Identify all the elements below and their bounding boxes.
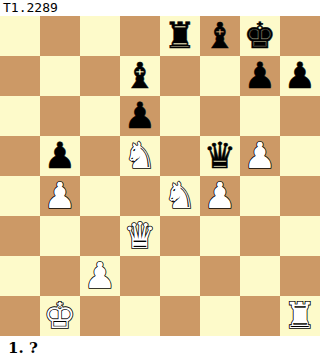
square-c4[interactable] [80, 176, 120, 216]
square-e7[interactable] [160, 56, 200, 96]
square-h6[interactable] [280, 96, 320, 136]
square-b4[interactable]: ♟ [40, 176, 80, 216]
black-queen[interactable]: ♛ [204, 136, 236, 176]
square-c7[interactable] [80, 56, 120, 96]
square-b6[interactable] [40, 96, 80, 136]
white-pawn[interactable]: ♟ [244, 136, 276, 176]
square-f5[interactable]: ♛ [200, 136, 240, 176]
square-d7[interactable]: ♝ [120, 56, 160, 96]
black-bishop[interactable]: ♝ [124, 56, 156, 96]
square-e5[interactable] [160, 136, 200, 176]
square-h2[interactable] [280, 256, 320, 296]
black-pawn[interactable]: ♟ [44, 136, 76, 176]
square-f4[interactable]: ♟ [200, 176, 240, 216]
black-pawn[interactable]: ♟ [124, 96, 156, 136]
white-pawn[interactable]: ♟ [204, 176, 236, 216]
square-h7[interactable]: ♟ [280, 56, 320, 96]
square-e2[interactable] [160, 256, 200, 296]
black-bishop[interactable]: ♝ [204, 16, 236, 56]
square-e1[interactable] [160, 296, 200, 336]
square-e8[interactable]: ♜ [160, 16, 200, 56]
square-b7[interactable] [40, 56, 80, 96]
square-f2[interactable] [200, 256, 240, 296]
square-g1[interactable] [240, 296, 280, 336]
white-pawn[interactable]: ♟ [84, 256, 116, 296]
square-f1[interactable] [200, 296, 240, 336]
white-rook[interactable]: ♜ [284, 296, 316, 336]
black-pawn[interactable]: ♟ [244, 56, 276, 96]
square-c2[interactable]: ♟ [80, 256, 120, 296]
square-h8[interactable] [280, 16, 320, 56]
square-b2[interactable] [40, 256, 80, 296]
black-rook[interactable]: ♜ [164, 16, 196, 56]
puzzle-window: T1.2289 ♜♝♚♝♟♟♟♟♞♛♟♟♞♟♛♟♚♜ 1. ? [0, 0, 320, 360]
white-queen[interactable]: ♛ [124, 216, 156, 256]
square-a7[interactable] [0, 56, 40, 96]
white-knight[interactable]: ♞ [164, 176, 196, 216]
square-g5[interactable]: ♟ [240, 136, 280, 176]
square-f7[interactable] [200, 56, 240, 96]
square-g6[interactable] [240, 96, 280, 136]
square-d8[interactable] [120, 16, 160, 56]
square-d4[interactable] [120, 176, 160, 216]
square-a3[interactable] [0, 216, 40, 256]
white-knight[interactable]: ♞ [124, 136, 156, 176]
square-e3[interactable] [160, 216, 200, 256]
square-g3[interactable] [240, 216, 280, 256]
square-b1[interactable]: ♚ [40, 296, 80, 336]
square-c8[interactable] [80, 16, 120, 56]
white-pawn[interactable]: ♟ [44, 176, 76, 216]
square-d2[interactable] [120, 256, 160, 296]
chess-board: ♜♝♚♝♟♟♟♟♞♛♟♟♞♟♛♟♚♜ [0, 16, 320, 336]
square-e6[interactable] [160, 96, 200, 136]
square-f6[interactable] [200, 96, 240, 136]
square-d5[interactable]: ♞ [120, 136, 160, 176]
square-f8[interactable]: ♝ [200, 16, 240, 56]
square-a8[interactable] [0, 16, 40, 56]
square-h4[interactable] [280, 176, 320, 216]
square-a5[interactable] [0, 136, 40, 176]
square-a2[interactable] [0, 256, 40, 296]
square-h3[interactable] [280, 216, 320, 256]
square-c5[interactable] [80, 136, 120, 176]
square-e4[interactable]: ♞ [160, 176, 200, 216]
black-king[interactable]: ♚ [244, 16, 276, 56]
square-a1[interactable] [0, 296, 40, 336]
square-b3[interactable] [40, 216, 80, 256]
square-h1[interactable]: ♜ [280, 296, 320, 336]
square-g7[interactable]: ♟ [240, 56, 280, 96]
square-f3[interactable] [200, 216, 240, 256]
square-d3[interactable]: ♛ [120, 216, 160, 256]
square-d1[interactable] [120, 296, 160, 336]
black-pawn[interactable]: ♟ [284, 56, 316, 96]
square-c3[interactable] [80, 216, 120, 256]
move-prompt: 1. ? [8, 338, 38, 358]
square-c6[interactable] [80, 96, 120, 136]
square-b5[interactable]: ♟ [40, 136, 80, 176]
square-g4[interactable] [240, 176, 280, 216]
square-b8[interactable] [40, 16, 80, 56]
white-king[interactable]: ♚ [44, 296, 76, 336]
square-d6[interactable]: ♟ [120, 96, 160, 136]
square-h5[interactable] [280, 136, 320, 176]
square-g8[interactable]: ♚ [240, 16, 280, 56]
square-a4[interactable] [0, 176, 40, 216]
puzzle-title: T1.2289 [3, 0, 58, 16]
square-c1[interactable] [80, 296, 120, 336]
square-a6[interactable] [0, 96, 40, 136]
square-g2[interactable] [240, 256, 280, 296]
